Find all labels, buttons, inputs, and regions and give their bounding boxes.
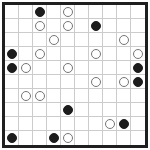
cell-r6c4[interactable] (47, 75, 61, 89)
cell-r9c8[interactable] (103, 117, 117, 131)
cell-r8c4[interactable] (47, 103, 61, 117)
cell-r7c4[interactable] (47, 89, 61, 103)
cell-r9c4[interactable] (47, 117, 61, 131)
cell-r8c7[interactable] (89, 103, 103, 117)
cell-r8c1[interactable] (5, 103, 19, 117)
cell-r6c1[interactable] (5, 75, 19, 89)
cell-r4c2[interactable] (19, 47, 33, 61)
white-pearl-icon (105, 119, 115, 129)
cell-r9c1[interactable] (5, 117, 19, 131)
cell-r9c10[interactable] (131, 117, 145, 131)
cell-r5c7[interactable] (89, 61, 103, 75)
cell-r7c10[interactable] (131, 89, 145, 103)
cell-r6c3[interactable] (33, 75, 47, 89)
cell-r7c7[interactable] (89, 89, 103, 103)
cell-r3c9[interactable] (117, 33, 131, 47)
cell-r5c3[interactable] (33, 61, 47, 75)
cell-r4c1[interactable] (5, 47, 19, 61)
cell-r6c2[interactable] (19, 75, 33, 89)
cell-r7c5[interactable] (61, 89, 75, 103)
cell-r2c9[interactable] (117, 19, 131, 33)
black-pearl-icon (133, 63, 143, 73)
cell-r7c3[interactable] (33, 89, 47, 103)
cell-r8c10[interactable] (131, 103, 145, 117)
cell-r10c5[interactable] (61, 131, 75, 145)
cell-r1c10[interactable] (131, 5, 145, 19)
masyu-puzzle-screenshot (0, 0, 150, 150)
cell-r8c6[interactable] (75, 103, 89, 117)
cell-r2c4[interactable] (47, 19, 61, 33)
white-pearl-icon (63, 7, 73, 17)
black-pearl-icon (91, 21, 101, 31)
cell-r3c4[interactable] (47, 33, 61, 47)
cell-r2c7[interactable] (89, 19, 103, 33)
white-pearl-icon (119, 77, 129, 87)
cell-r6c9[interactable] (117, 75, 131, 89)
black-pearl-icon (7, 49, 17, 59)
cell-r9c9[interactable] (117, 117, 131, 131)
cell-r5c4[interactable] (47, 61, 61, 75)
cell-r5c10[interactable] (131, 61, 145, 75)
cell-r2c8[interactable] (103, 19, 117, 33)
cell-r6c10[interactable] (131, 75, 145, 89)
white-pearl-icon (35, 49, 45, 59)
cell-r10c1[interactable] (5, 131, 19, 145)
cell-r7c2[interactable] (19, 89, 33, 103)
cell-r3c8[interactable] (103, 33, 117, 47)
cell-r8c3[interactable] (33, 103, 47, 117)
cell-r1c2[interactable] (19, 5, 33, 19)
cell-r5c6[interactable] (75, 61, 89, 75)
cell-r4c3[interactable] (33, 47, 47, 61)
cell-r5c5[interactable] (61, 61, 75, 75)
masyu-board-grid (2, 2, 148, 148)
white-pearl-icon (35, 91, 45, 101)
cell-r3c1[interactable] (5, 33, 19, 47)
cell-r6c7[interactable] (89, 75, 103, 89)
black-pearl-icon (119, 119, 129, 129)
cell-r10c7[interactable] (89, 131, 103, 145)
cell-r5c8[interactable] (103, 61, 117, 75)
cell-r6c5[interactable] (61, 75, 75, 89)
cell-r4c8[interactable] (103, 47, 117, 61)
white-pearl-icon (63, 63, 73, 73)
cell-r7c1[interactable] (5, 89, 19, 103)
black-pearl-icon (133, 77, 143, 87)
cell-r1c8[interactable] (103, 5, 117, 19)
cell-r8c2[interactable] (19, 103, 33, 117)
cell-r1c4[interactable] (47, 5, 61, 19)
cell-r3c2[interactable] (19, 33, 33, 47)
black-pearl-icon (63, 105, 73, 115)
cell-r7c6[interactable] (75, 89, 89, 103)
cell-r8c5[interactable] (61, 103, 75, 117)
cell-r1c1[interactable] (5, 5, 19, 19)
white-pearl-icon (133, 49, 143, 59)
white-pearl-icon (49, 35, 59, 45)
cell-r10c3[interactable] (33, 131, 47, 145)
cell-r10c8[interactable] (103, 131, 117, 145)
cell-r3c6[interactable] (75, 33, 89, 47)
white-pearl-icon (63, 21, 73, 31)
white-pearl-icon (119, 35, 129, 45)
cell-r4c7[interactable] (89, 47, 103, 61)
cell-r3c7[interactable] (89, 33, 103, 47)
cell-r3c5[interactable] (61, 33, 75, 47)
white-pearl-icon (21, 91, 31, 101)
cell-r2c3[interactable] (33, 19, 47, 33)
cell-r4c6[interactable] (75, 47, 89, 61)
cell-r10c2[interactable] (19, 131, 33, 145)
cell-r2c5[interactable] (61, 19, 75, 33)
cell-r4c5[interactable] (61, 47, 75, 61)
black-pearl-icon (35, 7, 45, 17)
cell-r10c10[interactable] (131, 131, 145, 145)
black-pearl-icon (49, 133, 59, 143)
cell-r4c10[interactable] (131, 47, 145, 61)
white-pearl-icon (91, 77, 101, 87)
cell-r2c2[interactable] (19, 19, 33, 33)
white-pearl-icon (91, 49, 101, 59)
cell-r8c8[interactable] (103, 103, 117, 117)
black-pearl-icon (7, 133, 17, 143)
cell-r9c2[interactable] (19, 117, 33, 131)
cell-r1c9[interactable] (117, 5, 131, 19)
cell-r8c9[interactable] (117, 103, 131, 117)
cell-r9c3[interactable] (33, 117, 47, 131)
cell-r3c10[interactable] (131, 33, 145, 47)
cell-r5c9[interactable] (117, 61, 131, 75)
cell-r7c8[interactable] (103, 89, 117, 103)
cell-r1c7[interactable] (89, 5, 103, 19)
cell-r9c5[interactable] (61, 117, 75, 131)
cell-r6c6[interactable] (75, 75, 89, 89)
cell-r1c6[interactable] (75, 5, 89, 19)
cell-r4c9[interactable] (117, 47, 131, 61)
cell-r2c10[interactable] (131, 19, 145, 33)
white-pearl-icon (63, 133, 73, 143)
cell-r10c6[interactable] (75, 131, 89, 145)
white-pearl-icon (35, 21, 45, 31)
cell-r5c2[interactable] (19, 61, 33, 75)
cell-r7c9[interactable] (117, 89, 131, 103)
cell-r9c6[interactable] (75, 117, 89, 131)
cell-r6c8[interactable] (103, 75, 117, 89)
cell-r10c9[interactable] (117, 131, 131, 145)
white-pearl-icon (21, 63, 31, 73)
cell-r2c6[interactable] (75, 19, 89, 33)
cell-r1c5[interactable] (61, 5, 75, 19)
cell-r9c7[interactable] (89, 117, 103, 131)
cell-r5c1[interactable] (5, 61, 19, 75)
cell-r4c4[interactable] (47, 47, 61, 61)
black-pearl-icon (7, 63, 17, 73)
cell-r2c1[interactable] (5, 19, 19, 33)
cell-r3c3[interactable] (33, 33, 47, 47)
cell-r10c4[interactable] (47, 131, 61, 145)
cell-r1c3[interactable] (33, 5, 47, 19)
